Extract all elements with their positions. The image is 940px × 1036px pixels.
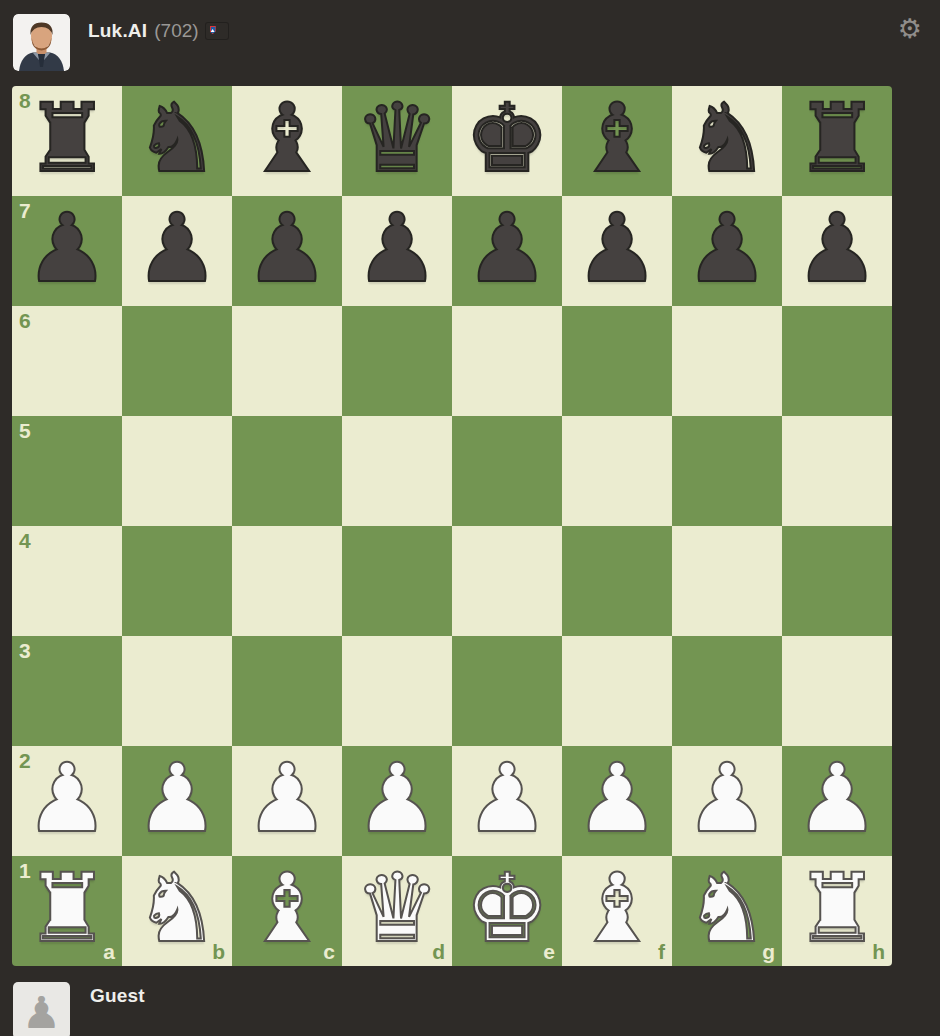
square-g6[interactable]: [672, 306, 782, 416]
white-knight: ♞: [684, 861, 769, 956]
square-a6[interactable]: 6: [12, 306, 122, 416]
square-d5[interactable]: [342, 416, 452, 526]
top-player-avatar-image: [13, 14, 70, 71]
bottom-player-avatar[interactable]: ♟: [13, 982, 70, 1036]
rank-label-4: 4: [19, 529, 31, 553]
square-e8[interactable]: ♚: [452, 86, 562, 196]
square-c4[interactable]: [232, 526, 342, 636]
square-g3[interactable]: [672, 636, 782, 746]
black-bishop: ♝: [574, 91, 659, 186]
square-c8[interactable]: ♝: [232, 86, 342, 196]
square-h4[interactable]: [782, 526, 892, 636]
square-g7[interactable]: ♟: [672, 196, 782, 306]
black-pawn: ♟: [794, 201, 879, 296]
square-g1[interactable]: g♞: [672, 856, 782, 966]
square-f7[interactable]: ♟: [562, 196, 672, 306]
white-bishop: ♝: [244, 861, 329, 956]
square-f5[interactable]: [562, 416, 672, 526]
rank-label-3: 3: [19, 639, 31, 663]
square-f4[interactable]: [562, 526, 672, 636]
black-pawn: ♟: [24, 201, 109, 296]
square-h3[interactable]: [782, 636, 892, 746]
square-b4[interactable]: [122, 526, 232, 636]
rank-label-6: 6: [19, 309, 31, 333]
black-knight: ♞: [134, 91, 219, 186]
black-bishop: ♝: [244, 91, 329, 186]
top-player-avatar[interactable]: [13, 14, 70, 71]
square-e7[interactable]: ♟: [452, 196, 562, 306]
white-pawn: ♟: [354, 751, 439, 846]
top-player-rating: (702): [154, 20, 198, 42]
square-c2[interactable]: ♟: [232, 746, 342, 856]
black-knight: ♞: [684, 91, 769, 186]
square-g5[interactable]: [672, 416, 782, 526]
square-b2[interactable]: ♟: [122, 746, 232, 856]
square-h6[interactable]: [782, 306, 892, 416]
square-b5[interactable]: [122, 416, 232, 526]
square-e5[interactable]: [452, 416, 562, 526]
square-d6[interactable]: [342, 306, 452, 416]
square-d1[interactable]: d♛: [342, 856, 452, 966]
square-e2[interactable]: ♟: [452, 746, 562, 856]
bottom-player-info: Guest: [90, 985, 145, 1007]
black-pawn: ♟: [244, 201, 329, 296]
black-pawn: ♟: [134, 201, 219, 296]
black-queen: ♛: [354, 91, 439, 186]
square-h5[interactable]: [782, 416, 892, 526]
square-b1[interactable]: b♞: [122, 856, 232, 966]
black-rook: ♜: [794, 91, 879, 186]
white-pawn: ♟: [134, 751, 219, 846]
square-h2[interactable]: ♟: [782, 746, 892, 856]
white-knight: ♞: [134, 861, 219, 956]
white-bishop: ♝: [574, 861, 659, 956]
square-f3[interactable]: [562, 636, 672, 746]
square-a3[interactable]: 3: [12, 636, 122, 746]
square-f8[interactable]: ♝: [562, 86, 672, 196]
square-e1[interactable]: e♚: [452, 856, 562, 966]
square-a1[interactable]: 1a♜: [12, 856, 122, 966]
square-b3[interactable]: [122, 636, 232, 746]
square-b6[interactable]: [122, 306, 232, 416]
white-rook: ♜: [794, 861, 879, 956]
square-g2[interactable]: ♟: [672, 746, 782, 856]
square-a2[interactable]: 2♟: [12, 746, 122, 856]
square-f2[interactable]: ♟: [562, 746, 672, 856]
square-e4[interactable]: [452, 526, 562, 636]
rank-label-5: 5: [19, 419, 31, 443]
square-d4[interactable]: [342, 526, 452, 636]
square-e6[interactable]: [452, 306, 562, 416]
white-queen: ♛: [354, 861, 439, 956]
square-d8[interactable]: ♛: [342, 86, 452, 196]
top-player-info: Luk.AI (702): [88, 20, 228, 42]
square-a4[interactable]: 4: [12, 526, 122, 636]
black-pawn: ♟: [354, 201, 439, 296]
square-g8[interactable]: ♞: [672, 86, 782, 196]
square-d2[interactable]: ♟: [342, 746, 452, 856]
black-king: ♚: [464, 91, 549, 186]
bottom-player-name: Guest: [90, 985, 145, 1007]
top-player-name: Luk.AI: [88, 20, 147, 42]
settings-gear-icon[interactable]: ⚙: [898, 15, 922, 42]
white-king: ♚: [464, 861, 549, 956]
square-h7[interactable]: ♟: [782, 196, 892, 306]
square-b7[interactable]: ♟: [122, 196, 232, 306]
black-rook: ♜: [24, 91, 109, 186]
square-g4[interactable]: [672, 526, 782, 636]
square-h8[interactable]: ♜: [782, 86, 892, 196]
chess-board: 8♜♞♝♛♚♝♞♜7♟♟♟♟♟♟♟♟65432♟♟♟♟♟♟♟♟1a♜b♞c♝d♛…: [12, 86, 892, 966]
square-d7[interactable]: ♟: [342, 196, 452, 306]
square-d3[interactable]: [342, 636, 452, 746]
square-c5[interactable]: [232, 416, 342, 526]
square-c7[interactable]: ♟: [232, 196, 342, 306]
square-e3[interactable]: [452, 636, 562, 746]
square-h1[interactable]: h♜: [782, 856, 892, 966]
square-f6[interactable]: [562, 306, 672, 416]
square-a5[interactable]: 5: [12, 416, 122, 526]
white-pawn: ♟: [24, 751, 109, 846]
black-pawn: ♟: [464, 201, 549, 296]
square-c1[interactable]: c♝: [232, 856, 342, 966]
square-b8[interactable]: ♞: [122, 86, 232, 196]
guest-pawn-avatar-icon: ♟: [22, 991, 61, 1035]
white-pawn: ♟: [244, 751, 329, 846]
white-pawn: ♟: [464, 751, 549, 846]
square-f1[interactable]: f♝: [562, 856, 672, 966]
square-c3[interactable]: [232, 636, 342, 746]
white-rook: ♜: [24, 861, 109, 956]
white-pawn: ♟: [794, 751, 879, 846]
white-pawn: ♟: [574, 751, 659, 846]
slovenia-flag-icon: [206, 23, 228, 39]
white-pawn: ♟: [684, 751, 769, 846]
black-pawn: ♟: [574, 201, 659, 296]
square-a7[interactable]: 7♟: [12, 196, 122, 306]
square-a8[interactable]: 8♜: [12, 86, 122, 196]
square-c6[interactable]: [232, 306, 342, 416]
black-pawn: ♟: [684, 201, 769, 296]
